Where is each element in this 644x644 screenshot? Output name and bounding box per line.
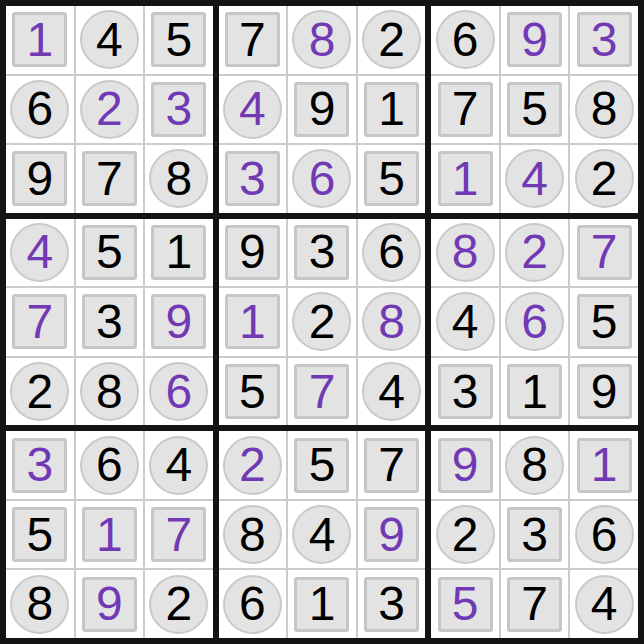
digit: 6 [239,580,266,628]
cell-r6c5[interactable]: 7 [288,358,356,426]
square-shape: 9 [507,12,562,67]
square-shape: 5 [294,438,349,493]
circle-shape: 4 [149,436,208,495]
circle-shape: 4 [10,223,69,282]
digit: 6 [166,368,193,416]
digit: 2 [309,298,336,346]
circle-shape: 4 [80,10,139,69]
cell-r2c7[interactable]: 7 [431,76,499,144]
cell-r9c6[interactable]: 3 [358,570,426,638]
cell-r3c5[interactable]: 6 [288,145,356,213]
cell-r7c3[interactable]: 4 [145,431,213,499]
box-1-2: 782491365 [219,6,426,213]
digit: 9 [591,368,618,416]
cell-r7c1[interactable]: 3 [6,431,74,499]
square-shape: 9 [225,225,280,280]
box-2-1: 451739286 [6,219,213,426]
circle-shape: 6 [505,292,564,351]
cell-r8c4[interactable]: 8 [219,501,287,569]
cell-r8c6[interactable]: 9 [358,501,426,569]
circle-shape: 4 [292,505,351,564]
digit: 6 [26,85,53,133]
cell-r2c6[interactable]: 1 [358,76,426,144]
digit: 6 [591,511,618,559]
digit: 1 [239,298,266,346]
circle-shape: 8 [149,149,208,208]
digit: 5 [452,580,479,628]
square-shape: 5 [364,151,419,206]
cell-r3c4[interactable]: 3 [219,145,287,213]
digit: 7 [452,85,479,133]
cell-r2c4[interactable]: 4 [219,76,287,144]
square-shape: 7 [151,507,206,562]
cell-r9c8[interactable]: 7 [501,570,569,638]
cell-r8c2[interactable]: 1 [76,501,144,569]
square-shape: 9 [577,364,632,419]
digit: 4 [591,580,618,628]
cell-r5c5[interactable]: 2 [288,288,356,356]
digit: 4 [239,85,266,133]
circle-shape: 6 [575,505,634,564]
circle-shape: 8 [80,362,139,421]
cell-r8c5[interactable]: 4 [288,501,356,569]
cell-r6c1[interactable]: 2 [6,358,74,426]
cell-r3c8[interactable]: 4 [501,145,569,213]
square-shape: 3 [151,82,206,137]
cell-r3c3[interactable]: 8 [145,145,213,213]
circle-shape: 6 [223,575,282,634]
square-shape: 3 [577,12,632,67]
digit: 4 [166,441,193,489]
circle-shape: 8 [10,575,69,634]
cell-r4c8[interactable]: 2 [501,219,569,287]
digit: 4 [26,228,53,276]
digit: 2 [591,155,618,203]
cell-r1c2[interactable]: 4 [76,6,144,74]
square-shape: 5 [82,225,137,280]
square-shape: 1 [294,577,349,632]
digit: 6 [309,155,336,203]
square-shape: 3 [225,151,280,206]
digit: 5 [239,368,266,416]
cell-r5c2[interactable]: 3 [76,288,144,356]
cell-r6c9[interactable]: 9 [570,358,638,426]
cell-r1c1[interactable]: 1 [6,6,74,74]
square-shape: 3 [364,577,419,632]
digit: 5 [591,298,618,346]
digit: 2 [452,511,479,559]
cell-r4c5[interactable]: 3 [288,219,356,287]
square-shape: 5 [438,577,493,632]
digit: 7 [166,511,193,559]
digit: 7 [591,228,618,276]
square-shape: 3 [82,294,137,349]
square-shape: 9 [364,507,419,562]
cell-r4c9[interactable]: 7 [570,219,638,287]
square-shape: 7 [12,294,67,349]
circle-shape: 8 [436,223,495,282]
cell-r6c2[interactable]: 8 [76,358,144,426]
digit: 8 [452,228,479,276]
digit: 8 [591,85,618,133]
square-shape: 7 [507,577,562,632]
cell-r4c4[interactable]: 9 [219,219,287,287]
square-shape: 7 [364,438,419,493]
digit: 9 [309,85,336,133]
cell-r9c4[interactable]: 6 [219,570,287,638]
square-shape: 1 [577,438,632,493]
circle-shape: 6 [80,436,139,495]
cell-r7c5[interactable]: 5 [288,431,356,499]
box-3-2: 257849613 [219,431,426,638]
digit: 9 [378,511,405,559]
cell-r8c7[interactable]: 2 [431,501,499,569]
digit: 6 [96,441,123,489]
digit: 3 [521,511,548,559]
cell-r9c3[interactable]: 2 [145,570,213,638]
square-shape: 5 [225,364,280,419]
box-3-1: 364517892 [6,431,213,638]
cell-r3c2[interactable]: 7 [76,145,144,213]
cell-r6c8[interactable]: 1 [501,358,569,426]
cell-r1c8[interactable]: 9 [501,6,569,74]
box-2-2: 936128574 [219,219,426,426]
circle-shape: 2 [10,362,69,421]
cell-r4c3[interactable]: 1 [145,219,213,287]
digit: 7 [26,298,53,346]
square-shape: 7 [294,364,349,419]
digit: 1 [452,155,479,203]
digit: 9 [166,298,193,346]
cell-r4c2[interactable]: 5 [76,219,144,287]
digit: 3 [96,298,123,346]
cell-r8c9[interactable]: 6 [570,501,638,569]
box-3-3: 981236574 [431,431,638,638]
square-shape: 3 [438,364,493,419]
circle-shape: 2 [436,505,495,564]
square-shape: 7 [438,82,493,137]
square-shape: 7 [577,225,632,280]
circle-shape: 6 [149,362,208,421]
cell-r8c8[interactable]: 3 [501,501,569,569]
cell-r1c5[interactable]: 8 [288,6,356,74]
circle-shape: 4 [436,292,495,351]
box-1-3: 693758142 [431,6,638,213]
digit: 9 [452,441,479,489]
digit: 2 [26,368,53,416]
cell-r2c1[interactable]: 6 [6,76,74,144]
digit: 6 [378,228,405,276]
digit: 8 [166,155,193,203]
box-2-3: 827465319 [431,219,638,426]
digit: 2 [239,441,266,489]
circle-shape: 6 [10,80,69,139]
circle-shape: 4 [223,80,282,139]
cell-r2c2[interactable]: 2 [76,76,144,144]
digit: 8 [521,441,548,489]
circle-shape: 4 [362,362,421,421]
digit: 8 [26,580,53,628]
digit: 1 [521,368,548,416]
cell-r6c3[interactable]: 6 [145,358,213,426]
square-shape: 1 [225,294,280,349]
digit: 4 [378,368,405,416]
digit: 8 [239,511,266,559]
digit: 9 [521,16,548,64]
circle-shape: 6 [436,10,495,69]
cell-r1c4[interactable]: 7 [219,6,287,74]
cell-r1c3[interactable]: 5 [145,6,213,74]
digit: 1 [26,16,53,64]
digit: 4 [452,298,479,346]
digit: 8 [378,298,405,346]
digit: 6 [452,16,479,64]
cell-r6c6[interactable]: 4 [358,358,426,426]
cell-r5c4[interactable]: 1 [219,288,287,356]
digit: 7 [378,441,405,489]
cell-r1c9[interactable]: 3 [570,6,638,74]
digit: 4 [521,155,548,203]
digit: 7 [521,580,548,628]
box-1-1: 145623978 [6,6,213,213]
cell-r7c7[interactable]: 9 [431,431,499,499]
cell-r3c6[interactable]: 5 [358,145,426,213]
cell-r2c3[interactable]: 3 [145,76,213,144]
cell-r5c8[interactable]: 6 [501,288,569,356]
cell-r8c1[interactable]: 5 [6,501,74,569]
cell-r8c3[interactable]: 7 [145,501,213,569]
cell-r4c7[interactable]: 8 [431,219,499,287]
circle-shape: 4 [505,149,564,208]
cell-r5c3[interactable]: 9 [145,288,213,356]
digit: 8 [309,16,336,64]
circle-shape: 2 [80,80,139,139]
digit: 9 [96,580,123,628]
digit: 3 [591,16,618,64]
circle-shape: 2 [149,575,208,634]
digit: 1 [378,85,405,133]
square-shape: 7 [82,151,137,206]
circle-shape: 8 [292,10,351,69]
cell-r9c7[interactable]: 5 [431,570,499,638]
square-shape: 3 [294,225,349,280]
digit: 5 [309,441,336,489]
digit: 3 [239,155,266,203]
circle-shape: 2 [223,436,282,495]
digit: 2 [166,580,193,628]
cell-r1c6[interactable]: 2 [358,6,426,74]
digit: 6 [521,298,548,346]
square-shape: 1 [438,151,493,206]
circle-shape: 2 [505,223,564,282]
square-shape: 9 [294,82,349,137]
cell-r7c9[interactable]: 1 [570,431,638,499]
cell-r9c5[interactable]: 1 [288,570,356,638]
digit: 3 [26,441,53,489]
circle-shape: 2 [575,149,634,208]
cell-r9c9[interactable]: 4 [570,570,638,638]
cell-r7c2[interactable]: 6 [76,431,144,499]
digit: 4 [96,16,123,64]
digit: 1 [96,511,123,559]
digit: 3 [166,85,193,133]
cell-r3c7[interactable]: 1 [431,145,499,213]
square-shape: 1 [364,82,419,137]
digit: 3 [309,228,336,276]
digit: 1 [166,228,193,276]
digit: 5 [521,85,548,133]
square-shape: 1 [151,225,206,280]
cell-r7c8[interactable]: 8 [501,431,569,499]
digit: 5 [26,511,53,559]
cell-r2c9[interactable]: 8 [570,76,638,144]
circle-shape: 6 [292,149,351,208]
square-shape: 9 [438,438,493,493]
digit: 9 [26,155,53,203]
square-shape: 9 [82,577,137,632]
circle-shape: 2 [292,292,351,351]
digit: 3 [452,368,479,416]
square-shape: 9 [12,151,67,206]
cell-r7c4[interactable]: 2 [219,431,287,499]
digit: 3 [378,580,405,628]
sudoku-board: 1456239787824913656937581424517392869361… [0,0,644,644]
cell-r2c5[interactable]: 9 [288,76,356,144]
circle-shape: 2 [362,10,421,69]
digit: 1 [309,580,336,628]
digit: 4 [309,511,336,559]
cell-r3c9[interactable]: 2 [570,145,638,213]
cell-r1c7[interactable]: 6 [431,6,499,74]
cell-r5c9[interactable]: 5 [570,288,638,356]
cell-r4c6[interactable]: 6 [358,219,426,287]
digit: 2 [96,85,123,133]
cell-r9c2[interactable]: 9 [76,570,144,638]
square-shape: 7 [225,12,280,67]
circle-shape: 8 [505,436,564,495]
square-shape: 9 [151,294,206,349]
square-shape: 5 [577,294,632,349]
square-shape: 1 [12,12,67,67]
cell-r2c8[interactable]: 5 [501,76,569,144]
square-shape: 5 [151,12,206,67]
digit: 5 [96,228,123,276]
square-shape: 5 [12,507,67,562]
digit: 2 [521,228,548,276]
digit: 1 [591,441,618,489]
cell-r5c6[interactable]: 8 [358,288,426,356]
cell-r4c1[interactable]: 4 [6,219,74,287]
cell-r3c1[interactable]: 9 [6,145,74,213]
cell-r7c6[interactable]: 7 [358,431,426,499]
digit: 8 [96,368,123,416]
cell-r5c7[interactable]: 4 [431,288,499,356]
square-shape: 5 [507,82,562,137]
digit: 2 [378,16,405,64]
circle-shape: 8 [223,505,282,564]
square-shape: 3 [12,438,67,493]
square-shape: 1 [507,364,562,419]
circle-shape: 8 [575,80,634,139]
digit: 7 [309,368,336,416]
square-shape: 3 [507,507,562,562]
digit: 7 [239,16,266,64]
circle-shape: 8 [362,292,421,351]
square-shape: 1 [82,507,137,562]
digit: 5 [378,155,405,203]
circle-shape: 6 [362,223,421,282]
cell-r5c1[interactable]: 7 [6,288,74,356]
digit: 5 [166,16,193,64]
circle-shape: 4 [575,575,634,634]
cell-r6c4[interactable]: 5 [219,358,287,426]
digit: 7 [96,155,123,203]
cell-r9c1[interactable]: 8 [6,570,74,638]
cell-r6c7[interactable]: 3 [431,358,499,426]
digit: 9 [239,228,266,276]
